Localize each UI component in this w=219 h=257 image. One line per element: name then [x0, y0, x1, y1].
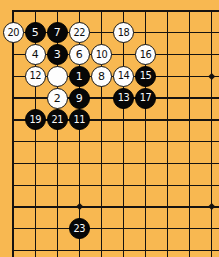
grid-line-vertical-10 — [211, 10, 212, 257]
stone-white-move-6: 6 — [69, 44, 90, 65]
grid-line-horizontal-1 — [12, 10, 219, 12]
stone-white-move-4: 4 — [25, 44, 46, 65]
grid-line-horizontal-9 — [12, 185, 219, 186]
grid-line-vertical-9 — [189, 10, 190, 257]
stone-white-move-2: 2 — [47, 88, 68, 109]
stone-white-move-16: 16 — [135, 44, 156, 65]
stone-white-move-14: 14 — [113, 66, 134, 87]
stone-black-move-11: 11 — [69, 109, 90, 130]
grid-line-horizontal-8 — [12, 163, 219, 164]
grid-line-horizontal-12 — [12, 250, 219, 251]
stone-white-move-22: 22 — [69, 22, 90, 43]
stone-white-move-18: 18 — [113, 22, 134, 43]
stone-black-move-21: 21 — [47, 109, 68, 130]
stone-black-move-23: 23 — [69, 218, 90, 239]
stone-black-move-1: 1 — [69, 66, 90, 87]
grid-line-horizontal-11 — [12, 228, 219, 229]
stone-black-move-15: 15 — [135, 66, 156, 87]
go-board-diagram: 2057221843610161218141529131719211123 — [0, 0, 219, 257]
grid-line-vertical-6 — [123, 10, 124, 257]
stone-black-move-13: 13 — [113, 88, 134, 109]
stone-white-move-8: 8 — [91, 66, 112, 87]
stone-white-unnumbered-C16 — [47, 66, 68, 87]
stone-black-move-19: 19 — [25, 109, 46, 130]
star-point-K10 — [208, 203, 216, 211]
stone-black-move-17: 17 — [135, 88, 156, 109]
stone-black-move-3: 3 — [47, 44, 68, 65]
stone-black-move-9: 9 — [69, 88, 90, 109]
stone-black-move-7: 7 — [47, 22, 68, 43]
grid-line-horizontal-10 — [12, 206, 219, 207]
stone-white-move-20: 20 — [3, 22, 24, 43]
grid-line-horizontal-7 — [12, 141, 219, 142]
grid-line-vertical-1 — [12, 10, 14, 257]
star-point-D10 — [76, 203, 84, 211]
stone-white-move-12: 12 — [25, 66, 46, 87]
stone-black-move-5: 5 — [25, 22, 46, 43]
star-point-K16 — [208, 73, 216, 81]
stone-white-move-10: 10 — [91, 44, 112, 65]
grid-line-vertical-8 — [167, 10, 168, 257]
